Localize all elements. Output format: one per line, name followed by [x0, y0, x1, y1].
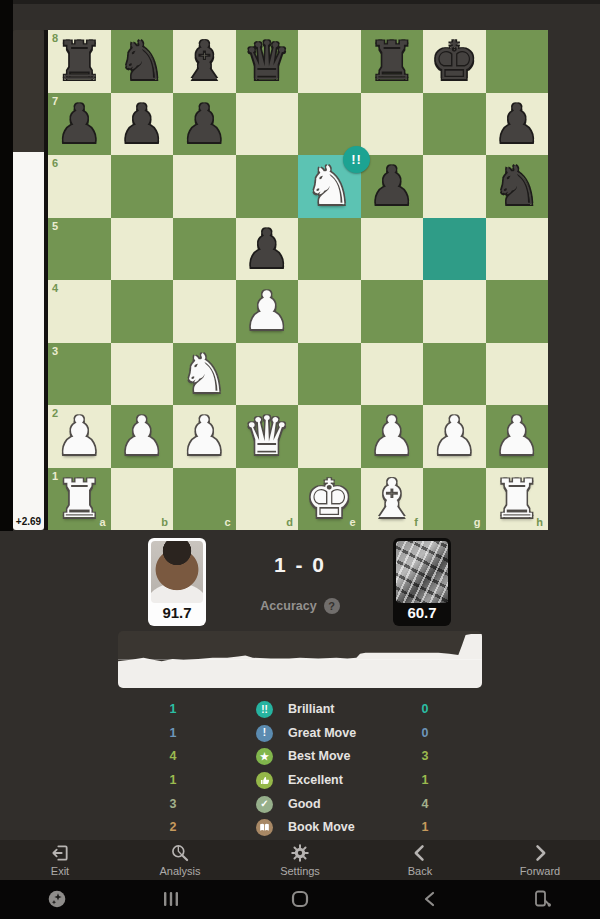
white-player-avatar[interactable]	[151, 541, 203, 603]
black-knight[interactable]: ♞	[118, 30, 166, 92]
analysis-button[interactable]: Analysis	[120, 840, 240, 880]
eval-area	[118, 634, 482, 688]
file-label: f	[414, 516, 418, 528]
white-count-book: 2	[160, 820, 186, 834]
accuracy-help-icon[interactable]: ?	[324, 598, 340, 614]
black-player-card[interactable]: 60.7	[393, 538, 451, 626]
square-c1[interactable]: c	[173, 468, 236, 531]
rank-label: 4	[52, 282, 58, 294]
screen-top-edge	[0, 0, 600, 4]
white-pawn[interactable]: ♟	[118, 405, 166, 467]
square-h4[interactable]	[486, 280, 549, 343]
chevron-left-icon	[410, 843, 430, 863]
chevron-right-icon	[530, 843, 550, 863]
black-rook[interactable]: ♜	[368, 30, 416, 92]
eval-white-portion	[13, 152, 44, 530]
square-c8[interactable]: ♝	[173, 30, 236, 93]
file-label: g	[474, 516, 481, 528]
square-a4[interactable]: 4	[48, 280, 111, 343]
best-label: Best Move	[288, 749, 351, 763]
square-b8[interactable]: ♞	[111, 30, 174, 93]
white-count-great: 1	[160, 726, 186, 740]
forward-button[interactable]: Forward	[480, 840, 600, 880]
square-c7[interactable]: ♟	[173, 93, 236, 156]
square-a7[interactable]: 7♟	[48, 93, 111, 156]
square-g5[interactable]	[423, 218, 486, 281]
home-icon[interactable]	[291, 890, 309, 912]
black-pawn[interactable]: ♟	[243, 218, 291, 280]
black-count-book: 1	[412, 820, 438, 834]
square-d3[interactable]	[236, 343, 299, 406]
move-quality-row-great[interactable]: 1!Great Move0	[0, 722, 600, 746]
black-king[interactable]: ♚	[430, 30, 478, 92]
white-accuracy-value: 91.7	[151, 603, 203, 623]
rank-label: 8	[52, 32, 58, 44]
square-d8[interactable]: ♛	[236, 30, 299, 93]
rank-label: 5	[52, 220, 58, 232]
move-quality-row-book[interactable]: 2Book Move1	[0, 816, 600, 840]
square-d2[interactable]: ♛	[236, 405, 299, 468]
square-d1[interactable]: d	[236, 468, 299, 531]
square-b4[interactable]	[111, 280, 174, 343]
gear-icon	[290, 843, 310, 863]
rank-label: 1	[52, 470, 58, 482]
white-knight[interactable]: ♞	[180, 343, 228, 405]
square-e7[interactable]	[298, 93, 361, 156]
accuracy-row: Accuracy ?	[220, 598, 380, 614]
square-f1[interactable]: f♝	[361, 468, 424, 531]
screen-capture-icon[interactable]	[48, 890, 66, 912]
back-button[interactable]: Back	[360, 840, 480, 880]
square-a8[interactable]: 8♜	[48, 30, 111, 93]
square-g7[interactable]	[423, 93, 486, 156]
square-b2[interactable]: ♟	[111, 405, 174, 468]
square-d7[interactable]	[236, 93, 299, 156]
square-h7[interactable]: ♟	[486, 93, 549, 156]
good-label: Good	[288, 797, 321, 811]
move-quality-row-brilliant[interactable]: 1!!Brilliant0	[0, 698, 600, 722]
game-review-screen: +2.69 8♜♞♝♛♜♚7♟♟♟♟6♞♟♞5♟4♟3♞2♟♟♟♛♟♟♟1a♜b…	[0, 0, 600, 919]
eval-value: +2.69	[13, 516, 44, 527]
back-label: Back	[408, 865, 432, 877]
good-icon: ✓	[256, 796, 273, 813]
square-h8[interactable]	[486, 30, 549, 93]
file-label: e	[349, 516, 355, 528]
evaluation-bar: +2.69	[13, 30, 44, 530]
white-pawn[interactable]: ♟	[493, 405, 541, 467]
book-icon	[256, 819, 273, 836]
android-navigation-bar	[0, 880, 600, 919]
square-b3[interactable]	[111, 343, 174, 406]
square-f4[interactable]	[361, 280, 424, 343]
accuracy-label: Accuracy	[260, 599, 316, 613]
square-f5[interactable]	[361, 218, 424, 281]
square-c5[interactable]	[173, 218, 236, 281]
black-count-excellent: 1	[412, 773, 438, 787]
black-pawn[interactable]: ♟	[368, 155, 416, 217]
square-a2[interactable]: 2♟	[48, 405, 111, 468]
forward-label: Forward	[520, 865, 560, 877]
square-c3[interactable]: ♞	[173, 343, 236, 406]
square-b6[interactable]	[111, 155, 174, 218]
book-label: Book Move	[288, 820, 355, 834]
square-e5[interactable]	[298, 218, 361, 281]
file-label: b	[161, 516, 168, 528]
square-a1[interactable]: 1a♜	[48, 468, 111, 531]
android-back-icon[interactable]	[421, 890, 439, 912]
rank-label: 2	[52, 407, 58, 419]
eval-black-portion	[13, 30, 44, 152]
square-b5[interactable]	[111, 218, 174, 281]
white-pawn[interactable]: ♟	[180, 405, 228, 467]
excellent-label: Excellent	[288, 773, 343, 787]
square-d5[interactable]: ♟	[236, 218, 299, 281]
white-pawn[interactable]: ♟	[243, 280, 291, 342]
black-count-brilliant: 0	[412, 702, 438, 716]
white-pawn[interactable]: ♟	[368, 405, 416, 467]
left-gutter	[0, 0, 13, 531]
square-f8[interactable]: ♜	[361, 30, 424, 93]
great-icon: !	[256, 725, 273, 742]
square-e1[interactable]: e♚	[298, 468, 361, 531]
exit-label: Exit	[51, 865, 69, 877]
square-g4[interactable]	[423, 280, 486, 343]
square-f3[interactable]	[361, 343, 424, 406]
square-d4[interactable]: ♟	[236, 280, 299, 343]
file-label: d	[286, 516, 293, 528]
square-f2[interactable]: ♟	[361, 405, 424, 468]
bottom-toolbar: Exit Analysis	[0, 840, 600, 880]
black-pawn[interactable]: ♟	[55, 93, 103, 155]
analysis-icon	[170, 843, 190, 863]
white-player-card[interactable]: 91.7	[148, 538, 206, 626]
settings-label: Settings	[280, 865, 320, 877]
recents-icon[interactable]	[162, 890, 180, 912]
black-pawn[interactable]: ♟	[180, 93, 228, 155]
square-b1[interactable]: b	[111, 468, 174, 531]
square-e8[interactable]	[298, 30, 361, 93]
file-label: h	[536, 516, 543, 528]
black-count-best: 3	[412, 749, 438, 763]
square-h1[interactable]: h♜	[486, 468, 549, 531]
file-label: c	[224, 516, 230, 528]
white-pawn[interactable]: ♟	[430, 405, 478, 467]
white-count-best: 4	[160, 749, 186, 763]
square-c2[interactable]: ♟	[173, 405, 236, 468]
black-player-avatar[interactable]	[396, 541, 448, 603]
square-g8[interactable]: ♚	[423, 30, 486, 93]
white-count-excellent: 1	[160, 773, 186, 787]
brilliant-label: Brilliant	[288, 702, 335, 716]
white-rook[interactable]: ♜	[55, 468, 103, 530]
chess-board[interactable]: 8♜♞♝♛♜♚7♟♟♟♟6♞♟♞5♟4♟3♞2♟♟♟♛♟♟♟1a♜bcde♚f♝…	[48, 30, 548, 530]
square-c6[interactable]	[173, 155, 236, 218]
black-bishop[interactable]: ♝	[180, 30, 228, 92]
square-g6[interactable]	[423, 155, 486, 218]
square-g1[interactable]: g	[423, 468, 486, 531]
square-h6[interactable]: ♞	[486, 155, 549, 218]
best-icon: ★	[256, 748, 273, 765]
square-g2[interactable]: ♟	[423, 405, 486, 468]
black-knight[interactable]: ♞	[493, 155, 541, 217]
rank-label: 7	[52, 95, 58, 107]
move-quality-list: 1!!Brilliant01!Great Move04★Best Move31E…	[0, 698, 600, 840]
move-quality-row-best[interactable]: 4★Best Move3	[0, 745, 600, 769]
square-f6[interactable]: ♟	[361, 155, 424, 218]
white-count-good: 3	[160, 797, 186, 811]
square-e2[interactable]	[298, 405, 361, 468]
rank-label: 6	[52, 157, 58, 169]
square-b7[interactable]: ♟	[111, 93, 174, 156]
evaluation-graph[interactable]	[118, 631, 482, 688]
white-pawn[interactable]: ♟	[55, 405, 103, 467]
move-quality-row-good[interactable]: 3✓Good4	[0, 793, 600, 817]
black-count-great: 0	[412, 726, 438, 740]
square-h3[interactable]	[486, 343, 549, 406]
rank-label: 3	[52, 345, 58, 357]
match-score: 1 - 0	[220, 553, 380, 577]
black-pawn[interactable]: ♟	[493, 93, 541, 155]
s-pen-icon[interactable]	[532, 890, 552, 912]
square-g3[interactable]	[423, 343, 486, 406]
black-rook[interactable]: ♜	[55, 30, 103, 92]
black-accuracy-value: 60.7	[396, 603, 448, 623]
white-king[interactable]: ♚	[305, 468, 353, 530]
white-bishop[interactable]: ♝	[368, 468, 416, 530]
square-a6[interactable]: 6	[48, 155, 111, 218]
white-queen[interactable]: ♛	[243, 405, 291, 467]
exit-button[interactable]: Exit	[0, 840, 120, 880]
move-quality-row-excellent[interactable]: 1Excellent1	[0, 769, 600, 793]
black-pawn[interactable]: ♟	[118, 93, 166, 155]
square-e3[interactable]	[298, 343, 361, 406]
white-rook[interactable]: ♜	[493, 468, 541, 530]
excellent-icon	[256, 772, 273, 789]
brilliant-badge: !!	[343, 146, 370, 173]
black-queen[interactable]: ♛	[243, 30, 291, 92]
square-a5[interactable]: 5	[48, 218, 111, 281]
square-h5[interactable]	[486, 218, 549, 281]
great-label: Great Move	[288, 726, 356, 740]
settings-button[interactable]: Settings	[240, 840, 360, 880]
black-count-good: 4	[412, 797, 438, 811]
square-f7[interactable]	[361, 93, 424, 156]
square-a3[interactable]: 3	[48, 343, 111, 406]
white-count-brilliant: 1	[160, 702, 186, 716]
square-e4[interactable]	[298, 280, 361, 343]
exit-icon	[50, 843, 70, 863]
square-h2[interactable]: ♟	[486, 405, 549, 468]
analysis-label: Analysis	[160, 865, 201, 877]
file-label: a	[99, 516, 105, 528]
square-d6[interactable]	[236, 155, 299, 218]
square-c4[interactable]	[173, 280, 236, 343]
brilliant-icon: !!	[256, 701, 273, 718]
